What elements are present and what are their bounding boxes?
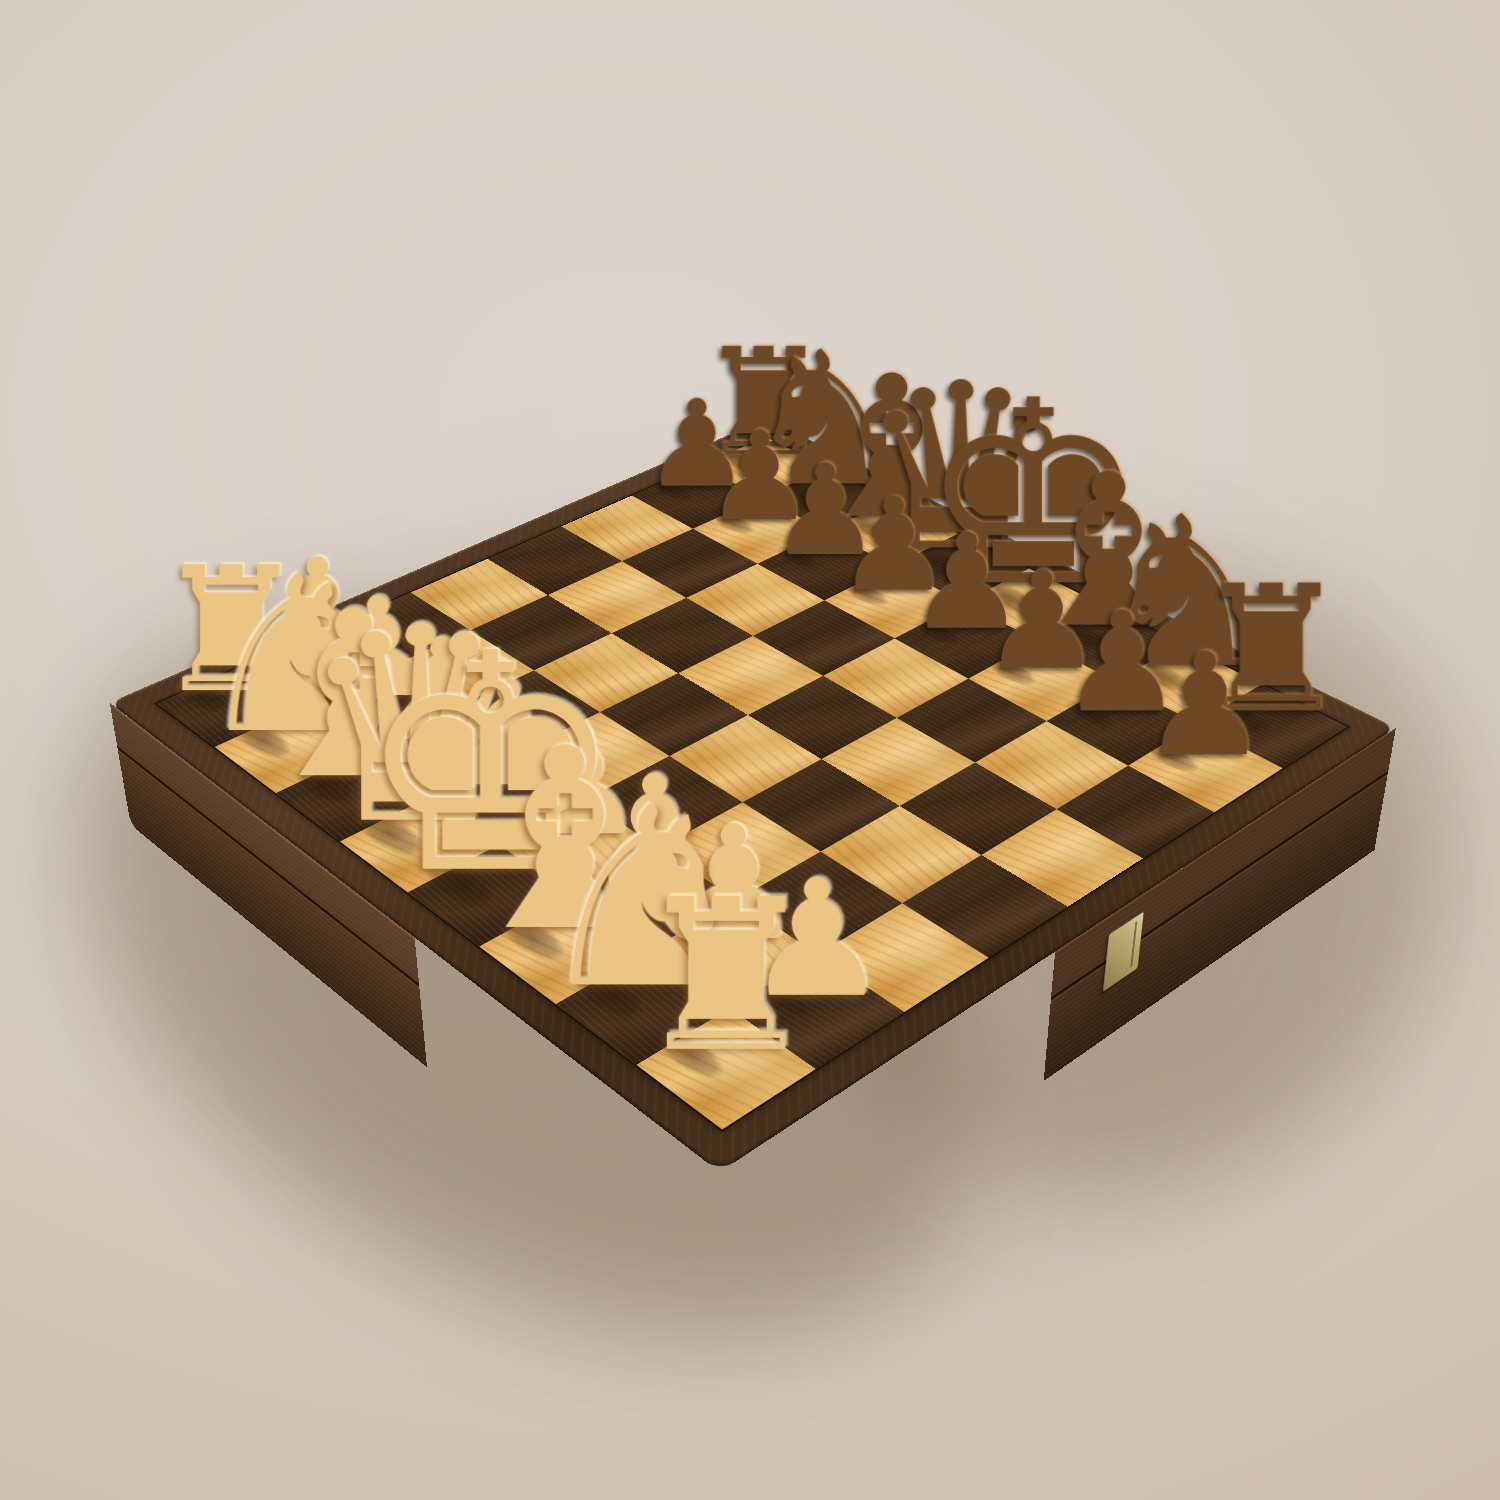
box-lid-top: ♜♞♝♛♚♝♞♜♟♟♟♟♟♟♟♟♟♟♟♟♟♟♟♟♜♞♝♛♚♝♞♜ — [110, 419, 1396, 1172]
chess-board: ♜♞♝♛♚♝♞♜♟♟♟♟♟♟♟♟♟♟♟♟♟♟♟♟♜♞♝♛♚♝♞♜ — [157, 437, 1347, 1129]
brass-clasp — [1103, 910, 1145, 992]
studio-scene: ♜♞♝♛♚♝♞♜♟♟♟♟♟♟♟♟♟♟♟♟♟♟♟♟♜♞♝♛♚♝♞♜ — [0, 0, 1500, 1500]
pawn-glyph: ♟ — [1051, 635, 1360, 777]
wooden-chess-box: ♜♞♝♛♚♝♞♜♟♟♟♟♟♟♟♟♟♟♟♟♟♟♟♟♜♞♝♛♚♝♞♜ — [110, 419, 1396, 1172]
square-h1[interactable]: ♜ — [636, 1008, 816, 1130]
rook-glyph: ♜ — [545, 871, 908, 1081]
